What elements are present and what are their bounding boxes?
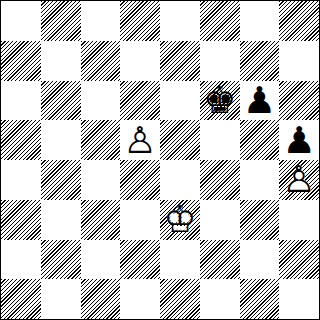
square-c2[interactable] xyxy=(81,240,121,280)
square-c8[interactable] xyxy=(81,1,121,41)
square-a2[interactable] xyxy=(1,240,41,280)
square-f2[interactable] xyxy=(200,240,240,280)
square-b1[interactable] xyxy=(41,279,81,319)
square-d3[interactable] xyxy=(120,200,160,240)
square-e2[interactable] xyxy=(160,240,200,280)
square-g4[interactable] xyxy=(240,160,280,200)
square-h6[interactable] xyxy=(279,81,319,121)
square-h7[interactable] xyxy=(279,41,319,81)
square-d8[interactable] xyxy=(120,1,160,41)
square-b3[interactable] xyxy=(41,200,81,240)
white-king-icon: ♚♔ xyxy=(160,200,200,240)
square-f7[interactable] xyxy=(200,41,240,81)
square-b2[interactable] xyxy=(41,240,81,280)
square-b6[interactable] xyxy=(41,81,81,121)
square-e1[interactable] xyxy=(160,279,200,319)
square-h5[interactable]: ♟ xyxy=(279,120,319,160)
square-a5[interactable] xyxy=(1,120,41,160)
black-pawn-icon: ♟ xyxy=(240,81,280,121)
square-d7[interactable] xyxy=(120,41,160,81)
square-e8[interactable] xyxy=(160,1,200,41)
square-g6[interactable]: ♟ xyxy=(240,81,280,121)
chess-board: ♚♟♟♙♟♟♙♚♔ xyxy=(0,0,320,320)
black-king-glyph: ♚ xyxy=(200,81,240,121)
square-g3[interactable] xyxy=(240,200,280,240)
square-a3[interactable] xyxy=(1,200,41,240)
square-d4[interactable] xyxy=(120,160,160,200)
square-e4[interactable] xyxy=(160,160,200,200)
square-c4[interactable] xyxy=(81,160,121,200)
square-f1[interactable] xyxy=(200,279,240,319)
square-g5[interactable] xyxy=(240,120,280,160)
white-pawn-outline: ♙ xyxy=(120,120,160,160)
square-d1[interactable] xyxy=(120,279,160,319)
square-a8[interactable] xyxy=(1,1,41,41)
white-pawn-outline: ♙ xyxy=(279,160,319,200)
square-d5[interactable]: ♟♙ xyxy=(120,120,160,160)
square-e3[interactable]: ♚♔ xyxy=(160,200,200,240)
black-pawn-icon: ♟ xyxy=(279,120,319,160)
square-b5[interactable] xyxy=(41,120,81,160)
square-g7[interactable] xyxy=(240,41,280,81)
square-d2[interactable] xyxy=(120,240,160,280)
square-h1[interactable] xyxy=(279,279,319,319)
square-d6[interactable] xyxy=(120,81,160,121)
white-pawn-icon: ♟♙ xyxy=(279,160,319,200)
square-a4[interactable] xyxy=(1,160,41,200)
square-g2[interactable] xyxy=(240,240,280,280)
square-e5[interactable] xyxy=(160,120,200,160)
square-h2[interactable] xyxy=(279,240,319,280)
square-g8[interactable] xyxy=(240,1,280,41)
black-pawn-glyph: ♟ xyxy=(279,120,319,160)
square-e6[interactable] xyxy=(160,81,200,121)
square-c5[interactable] xyxy=(81,120,121,160)
square-c6[interactable] xyxy=(81,81,121,121)
square-f5[interactable] xyxy=(200,120,240,160)
square-c1[interactable] xyxy=(81,279,121,319)
square-g1[interactable] xyxy=(240,279,280,319)
white-pawn-icon: ♟♙ xyxy=(120,120,160,160)
square-h3[interactable] xyxy=(279,200,319,240)
square-c3[interactable] xyxy=(81,200,121,240)
square-h8[interactable] xyxy=(279,1,319,41)
square-h4[interactable]: ♟♙ xyxy=(279,160,319,200)
black-pawn-glyph: ♟ xyxy=(240,81,280,121)
square-a6[interactable] xyxy=(1,81,41,121)
square-f8[interactable] xyxy=(200,1,240,41)
square-b4[interactable] xyxy=(41,160,81,200)
black-king-icon: ♚ xyxy=(200,81,240,121)
square-b8[interactable] xyxy=(41,1,81,41)
square-e7[interactable] xyxy=(160,41,200,81)
square-f6[interactable]: ♚ xyxy=(200,81,240,121)
square-a1[interactable] xyxy=(1,279,41,319)
square-f4[interactable] xyxy=(200,160,240,200)
white-king-outline: ♔ xyxy=(160,200,200,240)
square-b7[interactable] xyxy=(41,41,81,81)
square-a7[interactable] xyxy=(1,41,41,81)
square-c7[interactable] xyxy=(81,41,121,81)
square-f3[interactable] xyxy=(200,200,240,240)
